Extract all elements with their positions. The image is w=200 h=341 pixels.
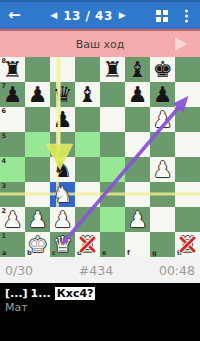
- rank-label-5: 5: [2, 133, 7, 140]
- square-f7[interactable]: ♟: [125, 82, 150, 107]
- square-f5[interactable]: [125, 132, 150, 157]
- square-f3[interactable]: [125, 182, 150, 207]
- square-e3[interactable]: [100, 182, 125, 207]
- square-g5[interactable]: [150, 132, 175, 157]
- square-c7[interactable]: ♛: [50, 82, 75, 107]
- square-d4[interactable]: [75, 157, 100, 182]
- chess-board: ♜8♜♝♚♟7♟♛♝♟♟6♟♟54♞♟3♞♟2♟♟♟1a♚b♛c♜defg♜h: [0, 57, 200, 257]
- square-c1[interactable]: ♛c: [50, 232, 75, 257]
- white-pawn-g6: ♟: [153, 107, 173, 132]
- square-d6[interactable]: [75, 107, 100, 132]
- square-d5[interactable]: [75, 132, 100, 157]
- square-e5[interactable]: [100, 132, 125, 157]
- overflow-menu-icon[interactable]: [185, 9, 188, 22]
- puzzle-id-label: #434: [79, 263, 113, 278]
- black-bishop-f8: ♝: [128, 57, 148, 82]
- rank-label-3: 3: [2, 183, 7, 190]
- square-h8[interactable]: [175, 57, 200, 82]
- square-h3[interactable]: [175, 182, 200, 207]
- square-b7[interactable]: ♟: [25, 82, 50, 107]
- rank-label-6: 6: [2, 108, 7, 115]
- square-g2[interactable]: [150, 207, 175, 232]
- play-icon[interactable]: [175, 37, 187, 51]
- move-number: 1...: [31, 287, 51, 300]
- rank-label-8: 8: [2, 58, 7, 65]
- white-knight-c3: ♞: [53, 182, 73, 207]
- file-label-e: e: [102, 250, 106, 257]
- black-pawn-b7: ♟: [28, 82, 48, 107]
- grid-view-icon[interactable]: [156, 10, 168, 22]
- square-a7[interactable]: ♟7: [0, 82, 25, 107]
- square-h6[interactable]: [175, 107, 200, 132]
- square-a2[interactable]: ♟2: [0, 207, 25, 232]
- square-e2[interactable]: [100, 207, 125, 232]
- turn-label: Ваш ход: [76, 38, 125, 51]
- square-d3[interactable]: [75, 182, 100, 207]
- black-pawn-g7: ♟: [153, 82, 173, 107]
- square-e4[interactable]: [100, 157, 125, 182]
- black-pawn-f7: ♟: [128, 82, 148, 107]
- annotation-label: Мат: [5, 301, 200, 314]
- status-bar: 0/30 #434 00:48: [0, 257, 200, 283]
- black-queen-c7: ♛: [53, 82, 73, 107]
- square-b1[interactable]: ♚b: [25, 232, 50, 257]
- back-arrow-icon[interactable]: ←: [8, 8, 21, 23]
- white-pawn-g4: ♟: [153, 157, 173, 182]
- square-d1[interactable]: ♜d: [75, 232, 100, 257]
- square-c6[interactable]: ♟: [50, 107, 75, 132]
- square-g6[interactable]: ♟: [150, 107, 175, 132]
- square-h2[interactable]: [175, 207, 200, 232]
- black-rook-e8: ♜: [103, 57, 123, 82]
- square-c5[interactable]: [50, 132, 75, 157]
- rank-label-7: 7: [2, 83, 7, 90]
- move-list: [...]1...Кxc4? Мат: [0, 283, 200, 341]
- white-pawn-b2: ♟: [28, 207, 48, 232]
- square-c2[interactable]: ♟: [50, 207, 75, 232]
- square-h4[interactable]: [175, 157, 200, 182]
- square-a1[interactable]: 1a: [0, 232, 25, 257]
- square-b6[interactable]: [25, 107, 50, 132]
- square-f1[interactable]: f: [125, 232, 150, 257]
- square-b3[interactable]: [25, 182, 50, 207]
- turn-banner: Ваш ход: [0, 29, 200, 57]
- square-d7[interactable]: ♝: [75, 82, 100, 107]
- square-g4[interactable]: ♟: [150, 157, 175, 182]
- rank-label-1: 1: [2, 233, 7, 240]
- square-c4[interactable]: ♞: [50, 157, 75, 182]
- square-h1[interactable]: ♜h: [175, 232, 200, 257]
- black-king-g8: ♚: [153, 57, 173, 82]
- file-label-b: b: [27, 250, 32, 257]
- black-pawn-c6: ♟: [53, 107, 73, 132]
- square-a4[interactable]: 4: [0, 157, 25, 182]
- chess-tactics-app: ← ◀ 13 / 43 ▶ Ваш ход ♜8♜♝♚♟7♟♛♝♟♟6♟♟54♞…: [0, 0, 200, 341]
- square-f8[interactable]: ♝: [125, 57, 150, 82]
- square-g1[interactable]: g: [150, 232, 175, 257]
- red-x-mark-d1: [75, 232, 100, 257]
- puzzle-counter: 13 / 43: [63, 9, 113, 23]
- square-f4[interactable]: [125, 157, 150, 182]
- square-c3[interactable]: ♞: [50, 182, 75, 207]
- selected-move[interactable]: Кxc4?: [55, 287, 96, 300]
- square-a6[interactable]: 6: [0, 107, 25, 132]
- file-label-c: c: [52, 250, 56, 257]
- file-label-g: g: [152, 250, 157, 257]
- prev-puzzle-icon[interactable]: ◀: [50, 11, 57, 20]
- square-e8[interactable]: ♜: [100, 57, 125, 82]
- square-f2[interactable]: ♟: [125, 207, 150, 232]
- square-b4[interactable]: [25, 157, 50, 182]
- black-bishop-d7: ♝: [78, 82, 98, 107]
- score-label: 0/30: [5, 263, 33, 278]
- white-pawn-c2: ♟: [53, 207, 73, 232]
- square-e6[interactable]: [100, 107, 125, 132]
- square-g8[interactable]: ♚: [150, 57, 175, 82]
- rank-label-2: 2: [2, 208, 7, 215]
- puzzle-navigation: ◀ 13 / 43 ▶: [50, 2, 125, 29]
- square-f6[interactable]: [125, 107, 150, 132]
- red-x-mark-h1: [175, 232, 200, 257]
- toolbar: ← ◀ 13 / 43 ▶: [0, 0, 200, 29]
- square-a3[interactable]: 3: [0, 182, 25, 207]
- square-e7[interactable]: [100, 82, 125, 107]
- square-a5[interactable]: 5: [0, 132, 25, 157]
- square-d8[interactable]: [75, 57, 100, 82]
- square-h5[interactable]: [175, 132, 200, 157]
- square-c8[interactable]: [50, 57, 75, 82]
- square-b8[interactable]: [25, 57, 50, 82]
- square-a8[interactable]: ♜8: [0, 57, 25, 82]
- next-puzzle-icon[interactable]: ▶: [119, 11, 126, 20]
- file-label-a: a: [2, 250, 6, 257]
- square-g3[interactable]: [150, 182, 175, 207]
- rank-label-4: 4: [2, 158, 7, 165]
- moves-prefix: [...]: [5, 287, 28, 300]
- timer-label: 00:48: [159, 263, 195, 278]
- square-d2[interactable]: [75, 207, 100, 232]
- white-pawn-f2: ♟: [128, 207, 148, 232]
- square-b5[interactable]: [25, 132, 50, 157]
- square-b2[interactable]: ♟: [25, 207, 50, 232]
- file-label-f: f: [127, 250, 130, 257]
- black-knight-c4: ♞: [53, 157, 73, 182]
- square-e1[interactable]: e: [100, 232, 125, 257]
- square-h7[interactable]: [175, 82, 200, 107]
- square-g7[interactable]: ♟: [150, 82, 175, 107]
